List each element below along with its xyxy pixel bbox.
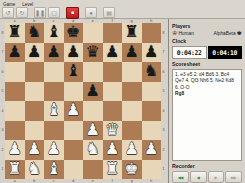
square-g3[interactable]: [122, 121, 142, 141]
rank-labels-right: 87654321: [161, 23, 166, 179]
square-e1[interactable]: [83, 160, 103, 180]
square-c5[interactable]: [44, 82, 64, 102]
square-c6[interactable]: [44, 62, 64, 82]
piece-black-rook[interactable]: ♜: [125, 22, 139, 42]
square-e5[interactable]: ♟: [83, 82, 103, 102]
square-d3[interactable]: [64, 121, 84, 141]
square-h4[interactable]: [142, 101, 162, 121]
square-e2[interactable]: ♞: [83, 140, 103, 160]
white-player-name: Human: [178, 31, 193, 36]
piece-white-pawn[interactable]: ♟: [47, 139, 61, 159]
black-clock: 0:04:10: [208, 46, 243, 59]
piece-white-pawn[interactable]: ♟: [66, 100, 80, 120]
file-labels-bottom: abcdefgh: [0, 179, 168, 183]
square-g2[interactable]: ♟: [122, 140, 142, 160]
piece-black-rook[interactable]: ♜: [8, 22, 22, 42]
square-e8[interactable]: [83, 23, 103, 43]
menu-game[interactable]: Game: [3, 2, 15, 7]
square-d4[interactable]: ♟: [64, 101, 84, 121]
coord-label: 4: [161, 101, 166, 121]
square-f8[interactable]: [103, 23, 123, 43]
piece-white-pawn[interactable]: ♟: [125, 139, 139, 159]
square-b3[interactable]: [25, 121, 45, 141]
square-d5[interactable]: [64, 82, 84, 102]
piece-white-rook[interactable]: ♜: [8, 159, 22, 179]
piece-white-pawn[interactable]: ♟: [86, 120, 100, 140]
black-player-name: AlphaBeta: [213, 31, 235, 36]
piece-white-pawn[interactable]: ♟: [144, 139, 158, 159]
pause-icon: ❚❚: [35, 10, 45, 16]
undo-icon: ↺: [5, 10, 10, 16]
square-h7[interactable]: ♟: [142, 43, 162, 63]
square-h8[interactable]: [142, 23, 162, 43]
square-a7[interactable]: ♟: [5, 43, 25, 63]
piece-black-bishop[interactable]: ♝: [66, 61, 80, 81]
square-h2[interactable]: ♟: [142, 140, 162, 160]
square-h5[interactable]: [142, 82, 162, 102]
piece-white-pawn[interactable]: ♟: [8, 139, 22, 159]
square-g6[interactable]: [122, 62, 142, 82]
square-f6[interactable]: [103, 62, 123, 82]
square-f4[interactable]: [103, 101, 123, 121]
toolbar: ↺↻❚❚▢■●▤: [0, 7, 245, 19]
piece-black-pawn[interactable]: ♟: [125, 42, 139, 62]
square-a3[interactable]: [5, 121, 25, 141]
square-b7[interactable]: ♟: [25, 43, 45, 63]
coord-label: c: [44, 179, 64, 183]
piece-white-knight[interactable]: ♞: [86, 139, 100, 159]
chess-board[interactable]: ♜♞♝♚♜♟♟♟♟♛♟♟♟♝♞♟♝♟♟♛♟♟♟♞♟♟♟♜♞♝♜♚: [5, 23, 161, 179]
square-a2[interactable]: ♟: [5, 140, 25, 160]
square-h6[interactable]: ♞: [142, 62, 162, 82]
piece-black-queen[interactable]: ♛: [86, 42, 100, 62]
square-g8[interactable]: ♜: [122, 23, 142, 43]
record-icon: ●: [89, 10, 93, 16]
square-g1[interactable]: ♚: [122, 160, 142, 180]
piece-black-pawn[interactable]: ♟: [105, 42, 119, 62]
square-c4[interactable]: ♝: [44, 101, 64, 121]
square-h3[interactable]: [142, 121, 162, 141]
menu-level[interactable]: Level: [22, 2, 33, 7]
square-a5[interactable]: [5, 82, 25, 102]
black-king-icon: ♚: [237, 30, 242, 36]
coord-label: b: [25, 179, 45, 183]
save-icon: ▢: [51, 10, 57, 16]
white-king-icon: ♔: [172, 30, 177, 36]
square-f5[interactable]: [103, 82, 123, 102]
square-f2[interactable]: ♟: [103, 140, 123, 160]
square-c8[interactable]: ♝: [44, 23, 64, 43]
square-d8[interactable]: ♚: [64, 23, 84, 43]
undo-button[interactable]: ↺: [2, 7, 14, 18]
piece-white-king[interactable]: ♚: [125, 159, 139, 179]
square-e4[interactable]: [83, 101, 103, 121]
square-g4[interactable]: [122, 101, 142, 121]
piece-white-knight[interactable]: ♞: [27, 159, 41, 179]
square-b6[interactable]: [25, 62, 45, 82]
recorder-back-button[interactable]: ◀: [190, 171, 207, 183]
coord-label: 7: [161, 43, 166, 63]
piece-white-bishop[interactable]: ♝: [47, 100, 61, 120]
piece-black-knight[interactable]: ♞: [144, 61, 158, 81]
square-b5[interactable]: [25, 82, 45, 102]
square-e7[interactable]: ♛: [83, 43, 103, 63]
recorder-end-button[interactable]: ▶▶: [225, 171, 242, 183]
piece-white-queen[interactable]: ♛: [105, 120, 119, 140]
coord-label: g: [122, 179, 142, 183]
square-c7[interactable]: ♟: [44, 43, 64, 63]
notation-icon: ▤: [106, 10, 112, 16]
stop-icon: ■: [71, 10, 74, 15]
notation-button[interactable]: ▤: [103, 7, 115, 18]
square-f7[interactable]: ♟: [103, 43, 123, 63]
save-button[interactable]: ▢: [48, 7, 60, 18]
piece-white-bishop[interactable]: ♝: [47, 159, 61, 179]
coord-label: 1: [161, 160, 166, 180]
square-d7[interactable]: ♟: [64, 43, 84, 63]
square-b8[interactable]: ♞: [25, 23, 45, 43]
square-a1[interactable]: ♜: [5, 160, 25, 180]
redo-icon: ↻: [19, 10, 24, 16]
coord-label: 2: [161, 140, 166, 160]
coord-label: 3: [161, 121, 166, 141]
pause-button[interactable]: ❚❚: [34, 7, 46, 18]
piece-white-rook[interactable]: ♜: [105, 159, 119, 179]
coord-label: e: [83, 179, 103, 183]
recorder-start-button[interactable]: ◀◀: [172, 171, 189, 183]
stop-button[interactable]: ■: [66, 7, 79, 19]
piece-black-pawn[interactable]: ♟: [144, 42, 158, 62]
black-player: AlphaBeta ♚: [213, 30, 242, 36]
piece-black-pawn[interactable]: ♟: [27, 42, 41, 62]
coord-label: f: [103, 179, 123, 183]
last-move: Rg8: [175, 91, 239, 97]
recorder-header: Recorder: [172, 163, 242, 169]
players-header: Players: [172, 23, 242, 29]
piece-white-pawn[interactable]: ♟: [105, 139, 119, 159]
clock-header: Clock: [172, 38, 242, 44]
square-a8[interactable]: ♜: [5, 23, 25, 43]
white-player: ♔ Human: [172, 30, 194, 36]
redo-button[interactable]: ↻: [16, 7, 28, 18]
square-c3[interactable]: [44, 121, 64, 141]
scoresheet[interactable]: 1. e3 e5 2. d4 Bd6 3. Bc4 Qe7 4. Qf3 Nh6…: [172, 69, 242, 161]
square-c2[interactable]: ♟: [44, 140, 64, 160]
square-f1[interactable]: ♜: [103, 160, 123, 180]
coord-label: 5: [161, 82, 166, 102]
square-g5[interactable]: [122, 82, 142, 102]
piece-black-pawn[interactable]: ♟: [66, 42, 80, 62]
piece-black-knight[interactable]: ♞: [27, 22, 41, 42]
square-a6[interactable]: [5, 62, 25, 82]
white-clock: 0:04:22: [172, 46, 207, 59]
square-b1[interactable]: ♞: [25, 160, 45, 180]
side-panel: Players ♔ Human AlphaBeta ♚ Clock 0:04:2…: [168, 19, 245, 183]
square-d1[interactable]: [64, 160, 84, 180]
square-b4[interactable]: [25, 101, 45, 121]
move-list: 1. e3 e5 2. d4 Bd6 3. Bc4 Qe7 4. Qf3 Nh6…: [175, 72, 234, 90]
recorder-forward-button[interactable]: ▶: [208, 171, 225, 183]
coord-label: 6: [161, 62, 166, 82]
piece-black-pawn[interactable]: ♟: [86, 81, 100, 101]
square-b2[interactable]: ♟: [25, 140, 45, 160]
piece-white-pawn[interactable]: ♟: [27, 139, 41, 159]
square-c1[interactable]: ♝: [44, 160, 64, 180]
piece-black-pawn[interactable]: ♟: [8, 42, 22, 62]
coord-label: h: [142, 179, 162, 183]
piece-black-bishop[interactable]: ♝: [47, 22, 61, 42]
menubar: GameLevel: [0, 0, 245, 7]
square-g7[interactable]: ♟: [122, 43, 142, 63]
scoresheet-header: Scoresheet: [172, 61, 242, 67]
record-button[interactable]: ●: [85, 7, 97, 18]
piece-black-king[interactable]: ♚: [66, 22, 80, 42]
square-e6[interactable]: [83, 62, 103, 82]
square-h1[interactable]: [142, 160, 162, 180]
coord-label: d: [64, 179, 84, 183]
square-e3[interactable]: ♟: [83, 121, 103, 141]
square-f3[interactable]: ♛: [103, 121, 123, 141]
square-d6[interactable]: ♝: [64, 62, 84, 82]
board-area: abcdefgh 87654321 ♜♞♝♚♜♟♟♟♟♛♟♟♟♝♞♟♝♟♟♛♟♟…: [0, 19, 168, 183]
piece-black-pawn[interactable]: ♟: [47, 42, 61, 62]
square-a4[interactable]: [5, 101, 25, 121]
coord-label: 8: [161, 23, 166, 43]
square-d2[interactable]: [64, 140, 84, 160]
coord-label: a: [5, 179, 25, 183]
